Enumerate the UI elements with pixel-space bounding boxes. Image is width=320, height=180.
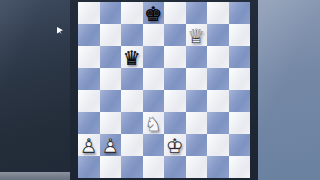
square-h8[interactable] (229, 2, 251, 24)
square-d1[interactable] (143, 156, 165, 178)
white-pawn-icon[interactable]: ♟♙ (100, 134, 122, 156)
square-g2[interactable] (207, 134, 229, 156)
square-e5[interactable] (164, 68, 186, 90)
square-g3[interactable] (207, 112, 229, 134)
square-d7[interactable] (143, 24, 165, 46)
square-e3[interactable] (164, 112, 186, 134)
square-d8[interactable]: ♚♔ (143, 2, 165, 24)
background-bottom-strip (0, 172, 70, 180)
square-e2[interactable]: ♚♔ (164, 134, 186, 156)
chess-board: ♚♔♛♕♛♕♞♘♟♙♟♙♚♔ (70, 0, 258, 180)
black-queen-icon[interactable]: ♛♕ (121, 46, 143, 68)
square-a4[interactable] (78, 90, 100, 112)
square-g4[interactable] (207, 90, 229, 112)
square-c5[interactable] (121, 68, 143, 90)
square-d4[interactable] (143, 90, 165, 112)
square-f8[interactable] (186, 2, 208, 24)
square-h4[interactable] (229, 90, 251, 112)
square-g1[interactable] (207, 156, 229, 178)
square-a3[interactable] (78, 112, 100, 134)
square-d2[interactable] (143, 134, 165, 156)
square-h5[interactable] (229, 68, 251, 90)
square-e8[interactable] (164, 2, 186, 24)
white-king-outline: ♔ (164, 134, 186, 156)
white-pawn-icon[interactable]: ♟♙ (78, 134, 100, 156)
square-c2[interactable] (121, 134, 143, 156)
square-b1[interactable] (100, 156, 122, 178)
square-h6[interactable] (229, 46, 251, 68)
square-c3[interactable] (121, 112, 143, 134)
square-b4[interactable] (100, 90, 122, 112)
square-d6[interactable] (143, 46, 165, 68)
white-queen-outline: ♕ (186, 24, 208, 46)
square-b8[interactable] (100, 2, 122, 24)
square-h7[interactable] (229, 24, 251, 46)
chess-app-screen: ♚♔♛♕♛♕♞♘♟♙♟♙♚♔ (0, 0, 320, 180)
square-b2[interactable]: ♟♙ (100, 134, 122, 156)
square-f1[interactable] (186, 156, 208, 178)
square-d5[interactable] (143, 68, 165, 90)
square-a8[interactable] (78, 2, 100, 24)
black-king-outline: ♔ (143, 2, 165, 24)
square-a5[interactable] (78, 68, 100, 90)
white-king-icon[interactable]: ♚♔ (164, 134, 186, 156)
square-f4[interactable] (186, 90, 208, 112)
white-pawn-outline: ♙ (100, 134, 122, 156)
square-h1[interactable] (229, 156, 251, 178)
square-a2[interactable]: ♟♙ (78, 134, 100, 156)
square-f5[interactable] (186, 68, 208, 90)
square-a1[interactable] (78, 156, 100, 178)
square-h3[interactable] (229, 112, 251, 134)
square-g6[interactable] (207, 46, 229, 68)
square-g8[interactable] (207, 2, 229, 24)
white-queen-icon[interactable]: ♛♕ (186, 24, 208, 46)
black-king-icon[interactable]: ♚♔ (143, 2, 165, 24)
square-a6[interactable] (78, 46, 100, 68)
square-b7[interactable] (100, 24, 122, 46)
square-c7[interactable] (121, 24, 143, 46)
square-c8[interactable] (121, 2, 143, 24)
square-d3[interactable]: ♞♘ (143, 112, 165, 134)
white-knight-icon[interactable]: ♞♘ (143, 112, 165, 134)
white-pawn-outline: ♙ (78, 134, 100, 156)
square-e1[interactable] (164, 156, 186, 178)
square-f6[interactable] (186, 46, 208, 68)
square-b5[interactable] (100, 68, 122, 90)
white-knight-outline: ♘ (143, 112, 165, 134)
square-e6[interactable] (164, 46, 186, 68)
square-c1[interactable] (121, 156, 143, 178)
square-g7[interactable] (207, 24, 229, 46)
square-c6[interactable]: ♛♕ (121, 46, 143, 68)
square-a7[interactable] (78, 24, 100, 46)
square-e4[interactable] (164, 90, 186, 112)
board-squares: ♚♔♛♕♛♕♞♘♟♙♟♙♚♔ (78, 2, 250, 178)
square-e7[interactable] (164, 24, 186, 46)
square-b3[interactable] (100, 112, 122, 134)
square-f7[interactable]: ♛♕ (186, 24, 208, 46)
square-g5[interactable] (207, 68, 229, 90)
background-left-panel (0, 0, 70, 180)
square-c4[interactable] (121, 90, 143, 112)
background-right-panel (258, 0, 320, 180)
square-f3[interactable] (186, 112, 208, 134)
square-h2[interactable] (229, 134, 251, 156)
square-f2[interactable] (186, 134, 208, 156)
square-b6[interactable] (100, 46, 122, 68)
black-queen-outline: ♕ (121, 46, 143, 68)
